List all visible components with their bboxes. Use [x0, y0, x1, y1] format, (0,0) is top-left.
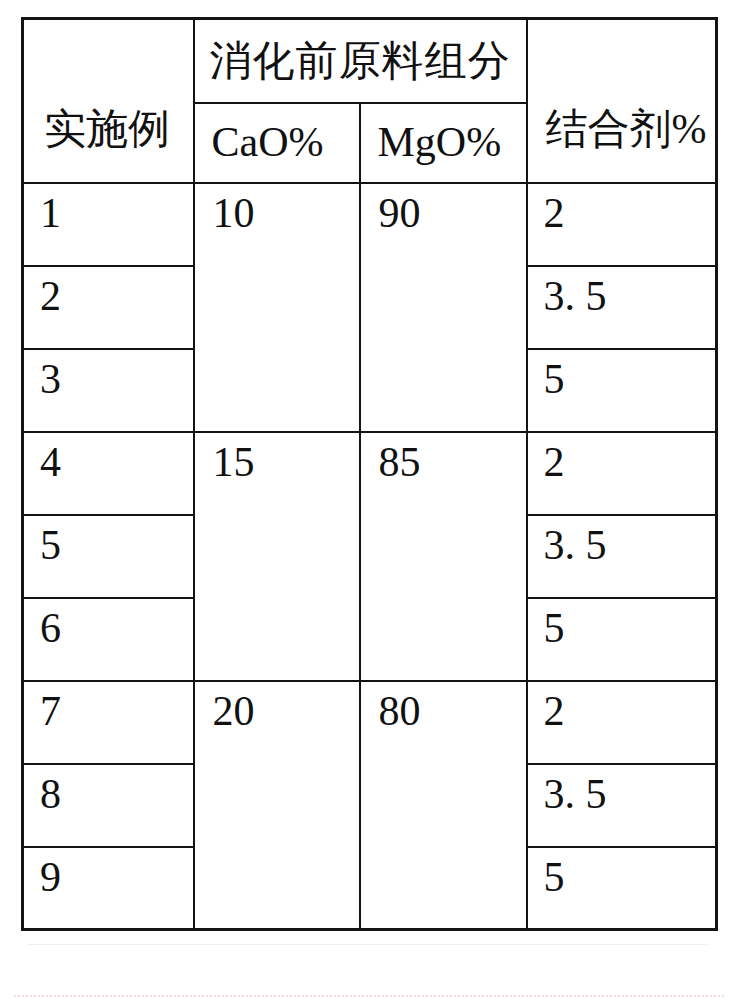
cell-mgo: 85: [360, 432, 527, 681]
table-row: 4 15 85 2: [23, 432, 717, 515]
cell-example: 3: [23, 349, 194, 432]
cell-example: 1: [23, 183, 194, 266]
scan-artifact-line: [28, 944, 708, 945]
cell-binder: 3. 5: [527, 764, 717, 847]
cell-binder: 5: [527, 598, 717, 681]
table-row: 1 10 90 2: [23, 183, 717, 266]
cell-binder: 2: [527, 432, 717, 515]
scanned-page: 实施例 消化前原料组分 结合剂% CaO% MgO% 1 10 90 2 2 3…: [0, 0, 729, 1000]
cell-example: 9: [23, 847, 194, 930]
cell-binder: 3. 5: [527, 266, 717, 349]
cell-cao: 15: [194, 432, 360, 681]
header-mgo: MgO%: [360, 103, 527, 183]
cell-example: 7: [23, 681, 194, 764]
cell-binder: 5: [527, 349, 717, 432]
cell-binder: 2: [527, 183, 717, 266]
cell-mgo: 80: [360, 681, 527, 930]
cell-example: 4: [23, 432, 194, 515]
cell-binder: 3. 5: [527, 515, 717, 598]
cell-example: 5: [23, 515, 194, 598]
header-row-top: 实施例 消化前原料组分 结合剂%: [23, 19, 717, 103]
cell-cao: 10: [194, 183, 360, 432]
cell-cao: 20: [194, 681, 360, 930]
header-example: 实施例: [23, 19, 194, 183]
header-cao: CaO%: [194, 103, 360, 183]
header-group-raw-material: 消化前原料组分: [194, 19, 527, 103]
cell-example: 2: [23, 266, 194, 349]
header-binder: 结合剂%: [527, 19, 717, 183]
table-row: 7 20 80 2: [23, 681, 717, 764]
cell-binder: 5: [527, 847, 717, 930]
cell-mgo: 90: [360, 183, 527, 432]
cell-example: 6: [23, 598, 194, 681]
cell-binder: 2: [527, 681, 717, 764]
cell-example: 8: [23, 764, 194, 847]
composition-table: 实施例 消化前原料组分 结合剂% CaO% MgO% 1 10 90 2 2 3…: [21, 17, 718, 931]
scan-artifact-line: [14, 995, 724, 997]
